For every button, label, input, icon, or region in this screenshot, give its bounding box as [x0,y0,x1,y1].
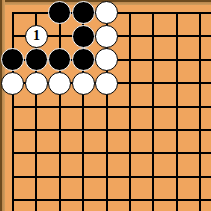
white-stone-r0c4 [95,1,118,24]
black-stone-r0c3 [72,1,95,24]
black-stone-r1c3 [72,25,95,48]
black-stone-r2c1 [25,48,48,71]
stones-layer: 1 [1,1,211,211]
black-stone-r0c2 [48,1,71,24]
move-number-label: 1 [33,29,40,43]
white-stone-r3c0 [1,72,24,95]
white-stone-move-1: 1 [25,25,48,48]
white-stone-r1c4 [95,25,118,48]
white-stone-r3c3 [72,72,95,95]
black-stone-r2c2 [48,48,71,71]
white-stone-r3c1 [25,72,48,95]
white-stone-r3c2 [48,72,71,95]
white-stone-r3c4 [95,72,118,95]
white-stone-r2c4 [95,48,118,71]
black-stone-r2c3 [72,48,95,71]
go-board: 1 [0,0,211,211]
black-stone-r2c0 [1,48,24,71]
